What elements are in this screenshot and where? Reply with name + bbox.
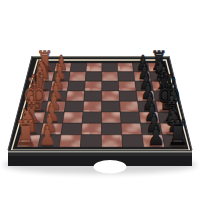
dark-square bbox=[64, 101, 83, 112]
light-square bbox=[81, 123, 101, 135]
dark-square bbox=[84, 91, 102, 101]
dark-square bbox=[120, 112, 140, 123]
chess-piece-black-p: ♟ bbox=[147, 119, 164, 151]
light-square bbox=[120, 101, 139, 112]
light-square bbox=[86, 63, 102, 72]
light-square bbox=[102, 72, 119, 81]
dark-square bbox=[118, 72, 135, 81]
dark-square bbox=[102, 63, 118, 72]
chess-piece-white-p: ♟ bbox=[39, 119, 56, 151]
light-square bbox=[69, 72, 86, 81]
dark-square bbox=[61, 123, 82, 135]
finger-notch bbox=[94, 160, 127, 174]
dark-square bbox=[82, 112, 102, 123]
dark-square bbox=[102, 81, 119, 91]
light-square bbox=[59, 135, 81, 147]
dark-square bbox=[70, 63, 87, 72]
dark-square bbox=[122, 135, 144, 147]
chess-board-scene: ♜♟♟♜♞♟♟♞♝♟♟♝♛♟♟♛♚♟♟♚♝♟♟♝♞♟♟♞♜♟♟♜ bbox=[0, 0, 200, 200]
light-square bbox=[117, 63, 133, 72]
dark-square bbox=[119, 91, 138, 101]
light-square bbox=[63, 112, 83, 123]
dark-square bbox=[67, 81, 85, 91]
chess-piece-white-r: ♜ bbox=[14, 112, 36, 152]
dark-square bbox=[80, 135, 101, 147]
light-square bbox=[66, 91, 85, 101]
dark-square bbox=[102, 101, 121, 112]
dark-square bbox=[102, 123, 122, 135]
light-square bbox=[118, 81, 136, 91]
chess-set-photo: ♜♟♟♜♞♟♟♞♝♟♟♝♛♟♟♛♚♟♟♚♝♟♟♝♞♟♟♞♜♟♟♜ bbox=[0, 0, 200, 200]
light-square bbox=[102, 135, 123, 147]
chess-piece-black-r: ♜ bbox=[166, 112, 188, 152]
dark-square bbox=[85, 72, 102, 81]
light-square bbox=[85, 81, 102, 91]
light-square bbox=[102, 112, 121, 123]
light-square bbox=[83, 101, 102, 112]
light-square bbox=[102, 91, 120, 101]
light-square bbox=[121, 123, 142, 135]
